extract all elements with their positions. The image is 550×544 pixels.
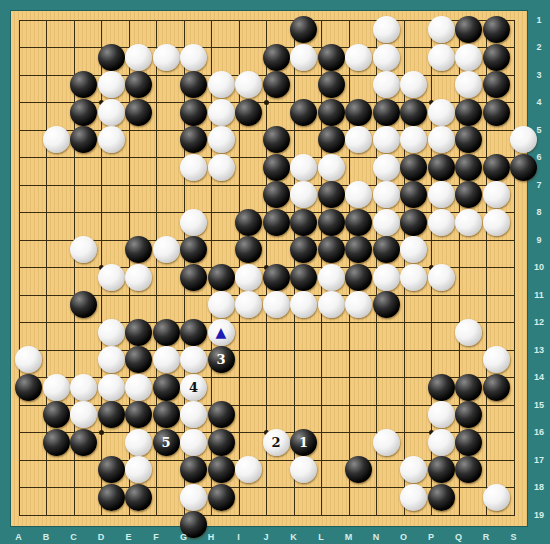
white-stone-G8[interactable] [180, 209, 207, 236]
white-stone-F2[interactable] [153, 44, 180, 71]
intersection-Q13[interactable] [455, 346, 483, 374]
intersection-D4[interactable] [97, 98, 125, 126]
board-grid[interactable]: ▲34521 [15, 16, 538, 539]
white-stone-P10[interactable] [428, 264, 455, 291]
white-stone-B5[interactable] [43, 126, 70, 153]
white-stone-N8[interactable] [373, 209, 400, 236]
intersection-M10[interactable] [345, 263, 373, 291]
intersection-J16[interactable]: 2 [262, 428, 290, 456]
intersection-F17[interactable] [152, 456, 180, 484]
black-stone-N9[interactable] [373, 236, 400, 263]
intersection-M3[interactable] [345, 71, 373, 99]
intersection-A18[interactable] [15, 483, 43, 511]
intersection-G15[interactable] [180, 401, 208, 429]
intersection-F4[interactable] [152, 98, 180, 126]
black-stone-J8[interactable] [263, 209, 290, 236]
intersection-F15[interactable] [152, 401, 180, 429]
intersection-K16[interactable]: 1 [290, 428, 318, 456]
white-stone-E17[interactable] [125, 456, 152, 483]
intersection-M13[interactable] [345, 346, 373, 374]
black-stone-R6[interactable] [483, 154, 510, 181]
intersection-D15[interactable] [97, 401, 125, 429]
white-stone-G2[interactable] [180, 44, 207, 71]
intersection-F14[interactable] [152, 373, 180, 401]
intersection-E10[interactable] [125, 263, 153, 291]
intersection-F18[interactable] [152, 483, 180, 511]
intersection-D5[interactable] [97, 126, 125, 154]
white-stone-P15[interactable] [428, 401, 455, 428]
intersection-R6[interactable] [482, 153, 510, 181]
intersection-D6[interactable] [97, 153, 125, 181]
intersection-R12[interactable] [482, 318, 510, 346]
intersection-P5[interactable] [427, 126, 455, 154]
white-stone-E14[interactable] [125, 374, 152, 401]
intersection-M8[interactable] [345, 208, 373, 236]
intersection-A12[interactable] [15, 318, 43, 346]
intersection-I1[interactable] [235, 16, 263, 44]
black-stone-I4[interactable] [235, 99, 262, 126]
black-stone-L9[interactable] [318, 236, 345, 263]
intersection-E3[interactable] [125, 71, 153, 99]
white-stone-I3[interactable] [235, 71, 262, 98]
black-stone-P17[interactable] [428, 456, 455, 483]
intersection-Q4[interactable] [455, 98, 483, 126]
black-stone-K16[interactable]: 1 [290, 429, 317, 456]
intersection-G4[interactable] [180, 98, 208, 126]
intersection-C14[interactable] [70, 373, 98, 401]
intersection-B17[interactable] [42, 456, 70, 484]
white-stone-O5[interactable] [400, 126, 427, 153]
intersection-C1[interactable] [70, 16, 98, 44]
intersection-D13[interactable] [97, 346, 125, 374]
intersection-P14[interactable] [427, 373, 455, 401]
intersection-H8[interactable] [207, 208, 235, 236]
intersection-J3[interactable] [262, 71, 290, 99]
intersection-J2[interactable] [262, 43, 290, 71]
intersection-I11[interactable] [235, 291, 263, 319]
intersection-Q12[interactable] [455, 318, 483, 346]
intersection-H18[interactable] [207, 483, 235, 511]
black-stone-Q5[interactable] [455, 126, 482, 153]
white-stone-R7[interactable] [483, 181, 510, 208]
intersection-N2[interactable] [372, 43, 400, 71]
intersection-E12[interactable] [125, 318, 153, 346]
white-stone-O10[interactable] [400, 264, 427, 291]
intersection-M16[interactable] [345, 428, 373, 456]
intersection-I10[interactable] [235, 263, 263, 291]
intersection-F9[interactable] [152, 236, 180, 264]
intersection-D9[interactable] [97, 236, 125, 264]
white-stone-Q3[interactable] [455, 71, 482, 98]
intersection-B14[interactable] [42, 373, 70, 401]
black-stone-Q14[interactable] [455, 374, 482, 401]
intersection-J7[interactable] [262, 181, 290, 209]
intersection-G6[interactable] [180, 153, 208, 181]
intersection-K17[interactable] [290, 456, 318, 484]
intersection-A1[interactable] [15, 16, 43, 44]
intersection-O14[interactable] [400, 373, 428, 401]
intersection-M7[interactable] [345, 181, 373, 209]
intersection-N3[interactable] [372, 71, 400, 99]
black-stone-R1[interactable] [483, 16, 510, 43]
intersection-K4[interactable] [290, 98, 318, 126]
intersection-K11[interactable] [290, 291, 318, 319]
intersection-K12[interactable] [290, 318, 318, 346]
intersection-E11[interactable] [125, 291, 153, 319]
intersection-C7[interactable] [70, 181, 98, 209]
white-stone-N5[interactable] [373, 126, 400, 153]
white-stone-L11[interactable] [318, 291, 345, 318]
white-stone-H6[interactable] [208, 154, 235, 181]
intersection-Q11[interactable] [455, 291, 483, 319]
white-stone-J11[interactable] [263, 291, 290, 318]
intersection-M1[interactable] [345, 16, 373, 44]
intersection-O1[interactable] [400, 16, 428, 44]
black-stone-R4[interactable] [483, 99, 510, 126]
white-stone-I10[interactable] [235, 264, 262, 291]
white-stone-D10[interactable] [98, 264, 125, 291]
intersection-I2[interactable] [235, 43, 263, 71]
white-stone-E2[interactable] [125, 44, 152, 71]
intersection-J1[interactable] [262, 16, 290, 44]
black-stone-C3[interactable] [70, 71, 97, 98]
intersection-Q16[interactable] [455, 428, 483, 456]
intersection-L7[interactable] [317, 181, 345, 209]
intersection-C10[interactable] [70, 263, 98, 291]
intersection-R11[interactable] [482, 291, 510, 319]
intersection-D2[interactable] [97, 43, 125, 71]
intersection-F3[interactable] [152, 71, 180, 99]
black-stone-L2[interactable] [318, 44, 345, 71]
intersection-N12[interactable] [372, 318, 400, 346]
intersection-I14[interactable] [235, 373, 263, 401]
intersection-M14[interactable] [345, 373, 373, 401]
intersection-B6[interactable] [42, 153, 70, 181]
intersection-K14[interactable] [290, 373, 318, 401]
intersection-O11[interactable] [400, 291, 428, 319]
intersection-A3[interactable] [15, 71, 43, 99]
intersection-L13[interactable] [317, 346, 345, 374]
black-stone-G17[interactable] [180, 456, 207, 483]
black-stone-D15[interactable] [98, 401, 125, 428]
white-stone-B14[interactable] [43, 374, 70, 401]
white-stone-E16[interactable] [125, 429, 152, 456]
white-stone-I11[interactable] [235, 291, 262, 318]
intersection-O16[interactable] [400, 428, 428, 456]
black-stone-H10[interactable] [208, 264, 235, 291]
intersection-N13[interactable] [372, 346, 400, 374]
black-stone-D2[interactable] [98, 44, 125, 71]
intersection-E4[interactable] [125, 98, 153, 126]
intersection-E8[interactable] [125, 208, 153, 236]
black-stone-Q17[interactable] [455, 456, 482, 483]
black-stone-O4[interactable] [400, 99, 427, 126]
intersection-Q7[interactable] [455, 181, 483, 209]
intersection-K9[interactable] [290, 236, 318, 264]
white-stone-G13[interactable] [180, 346, 207, 373]
intersection-A5[interactable] [15, 126, 43, 154]
intersection-N16[interactable] [372, 428, 400, 456]
white-stone-O3[interactable] [400, 71, 427, 98]
intersection-D17[interactable] [97, 456, 125, 484]
intersection-J13[interactable] [262, 346, 290, 374]
intersection-D12[interactable] [97, 318, 125, 346]
intersection-R3[interactable] [482, 71, 510, 99]
black-stone-H16[interactable] [208, 429, 235, 456]
intersection-N10[interactable] [372, 263, 400, 291]
intersection-C11[interactable] [70, 291, 98, 319]
intersection-Q14[interactable] [455, 373, 483, 401]
black-stone-G3[interactable] [180, 71, 207, 98]
intersection-F1[interactable] [152, 16, 180, 44]
intersection-H4[interactable] [207, 98, 235, 126]
intersection-R8[interactable] [482, 208, 510, 236]
intersection-K2[interactable] [290, 43, 318, 71]
intersection-P15[interactable] [427, 401, 455, 429]
intersection-H16[interactable] [207, 428, 235, 456]
black-stone-G9[interactable] [180, 236, 207, 263]
intersection-Q5[interactable] [455, 126, 483, 154]
intersection-N6[interactable] [372, 153, 400, 181]
black-stone-G12[interactable] [180, 319, 207, 346]
white-stone-L10[interactable] [318, 264, 345, 291]
intersection-L18[interactable] [317, 483, 345, 511]
black-stone-L4[interactable] [318, 99, 345, 126]
intersection-J11[interactable] [262, 291, 290, 319]
intersection-N11[interactable] [372, 291, 400, 319]
intersection-A7[interactable] [15, 181, 43, 209]
intersection-F5[interactable] [152, 126, 180, 154]
intersection-N15[interactable] [372, 401, 400, 429]
black-stone-L7[interactable] [318, 181, 345, 208]
intersection-G11[interactable] [180, 291, 208, 319]
black-stone-R2[interactable] [483, 44, 510, 71]
black-stone-K4[interactable] [290, 99, 317, 126]
intersection-Q15[interactable] [455, 401, 483, 429]
intersection-D14[interactable] [97, 373, 125, 401]
intersection-A11[interactable] [15, 291, 43, 319]
intersection-D18[interactable] [97, 483, 125, 511]
intersection-G18[interactable] [180, 483, 208, 511]
intersection-H9[interactable] [207, 236, 235, 264]
intersection-P8[interactable] [427, 208, 455, 236]
black-stone-J6[interactable] [263, 154, 290, 181]
black-stone-N4[interactable] [373, 99, 400, 126]
white-stone-D5[interactable] [98, 126, 125, 153]
intersection-F13[interactable] [152, 346, 180, 374]
intersection-B8[interactable] [42, 208, 70, 236]
white-stone-Q8[interactable] [455, 209, 482, 236]
intersection-G1[interactable] [180, 16, 208, 44]
intersection-D16[interactable] [97, 428, 125, 456]
intersection-O8[interactable] [400, 208, 428, 236]
black-stone-A14[interactable] [15, 374, 42, 401]
intersection-R17[interactable] [482, 456, 510, 484]
black-stone-M8[interactable] [345, 209, 372, 236]
intersection-N9[interactable] [372, 236, 400, 264]
black-stone-J5[interactable] [263, 126, 290, 153]
intersection-C12[interactable] [70, 318, 98, 346]
black-stone-H13[interactable]: 3 [208, 346, 235, 373]
intersection-K5[interactable] [290, 126, 318, 154]
white-stone-R13[interactable] [483, 346, 510, 373]
intersection-R13[interactable] [482, 346, 510, 374]
intersection-N8[interactable] [372, 208, 400, 236]
intersection-G16[interactable] [180, 428, 208, 456]
white-stone-P5[interactable] [428, 126, 455, 153]
intersection-L2[interactable] [317, 43, 345, 71]
intersection-L12[interactable] [317, 318, 345, 346]
intersection-O2[interactable] [400, 43, 428, 71]
white-stone-D3[interactable] [98, 71, 125, 98]
white-stone-K6[interactable] [290, 154, 317, 181]
black-stone-E18[interactable] [125, 484, 152, 511]
white-stone-F13[interactable] [153, 346, 180, 373]
white-stone-N2[interactable] [373, 44, 400, 71]
white-stone-G18[interactable] [180, 484, 207, 511]
black-stone-O8[interactable] [400, 209, 427, 236]
intersection-B12[interactable] [42, 318, 70, 346]
white-stone-M5[interactable] [345, 126, 372, 153]
white-stone-P1[interactable] [428, 16, 455, 43]
black-stone-M9[interactable] [345, 236, 372, 263]
intersection-H5[interactable] [207, 126, 235, 154]
intersection-F6[interactable] [152, 153, 180, 181]
black-stone-H15[interactable] [208, 401, 235, 428]
intersection-A14[interactable] [15, 373, 43, 401]
white-stone-C9[interactable] [70, 236, 97, 263]
intersection-F8[interactable] [152, 208, 180, 236]
white-stone-G16[interactable] [180, 429, 207, 456]
intersection-K1[interactable] [290, 16, 318, 44]
intersection-D10[interactable] [97, 263, 125, 291]
intersection-P7[interactable] [427, 181, 455, 209]
intersection-L4[interactable] [317, 98, 345, 126]
intersection-L3[interactable] [317, 71, 345, 99]
intersection-G10[interactable] [180, 263, 208, 291]
intersection-M4[interactable] [345, 98, 373, 126]
black-stone-G10[interactable] [180, 264, 207, 291]
white-stone-G6[interactable] [180, 154, 207, 181]
intersection-E7[interactable] [125, 181, 153, 209]
intersection-O15[interactable] [400, 401, 428, 429]
black-stone-C16[interactable] [70, 429, 97, 456]
intersection-C18[interactable] [70, 483, 98, 511]
intersection-H17[interactable] [207, 456, 235, 484]
intersection-H14[interactable] [207, 373, 235, 401]
intersection-L9[interactable] [317, 236, 345, 264]
black-stone-C11[interactable] [70, 291, 97, 318]
intersection-G13[interactable] [180, 346, 208, 374]
intersection-B10[interactable] [42, 263, 70, 291]
white-stone-R8[interactable] [483, 209, 510, 236]
intersection-C4[interactable] [70, 98, 98, 126]
intersection-K15[interactable] [290, 401, 318, 429]
white-stone-Q2[interactable] [455, 44, 482, 71]
intersection-I7[interactable] [235, 181, 263, 209]
intersection-O3[interactable] [400, 71, 428, 99]
intersection-B15[interactable] [42, 401, 70, 429]
intersection-L6[interactable] [317, 153, 345, 181]
white-stone-K7[interactable] [290, 181, 317, 208]
black-stone-E3[interactable] [125, 71, 152, 98]
intersection-D7[interactable] [97, 181, 125, 209]
intersection-J17[interactable] [262, 456, 290, 484]
intersection-E14[interactable] [125, 373, 153, 401]
white-stone-C15[interactable] [70, 401, 97, 428]
intersection-R1[interactable] [482, 16, 510, 44]
black-stone-E9[interactable] [125, 236, 152, 263]
intersection-O6[interactable] [400, 153, 428, 181]
intersection-A6[interactable] [15, 153, 43, 181]
black-stone-P6[interactable] [428, 154, 455, 181]
intersection-Q10[interactable] [455, 263, 483, 291]
intersection-R4[interactable] [482, 98, 510, 126]
intersection-R18[interactable] [482, 483, 510, 511]
white-stone-I17[interactable] [235, 456, 262, 483]
black-stone-F14[interactable] [153, 374, 180, 401]
intersection-P4[interactable] [427, 98, 455, 126]
intersection-R10[interactable] [482, 263, 510, 291]
white-stone-H5[interactable] [208, 126, 235, 153]
white-stone-L6[interactable] [318, 154, 345, 181]
black-stone-R14[interactable] [483, 374, 510, 401]
intersection-E15[interactable] [125, 401, 153, 429]
intersection-H12[interactable]: ▲ [207, 318, 235, 346]
white-stone-H12[interactable]: ▲ [208, 319, 235, 346]
intersection-M5[interactable] [345, 126, 373, 154]
intersection-M6[interactable] [345, 153, 373, 181]
intersection-A4[interactable] [15, 98, 43, 126]
intersection-J8[interactable] [262, 208, 290, 236]
intersection-B13[interactable] [42, 346, 70, 374]
intersection-M12[interactable] [345, 318, 373, 346]
white-stone-N3[interactable] [373, 71, 400, 98]
intersection-E6[interactable] [125, 153, 153, 181]
intersection-H15[interactable] [207, 401, 235, 429]
black-stone-K1[interactable] [290, 16, 317, 43]
intersection-J5[interactable] [262, 126, 290, 154]
intersection-Q1[interactable] [455, 16, 483, 44]
black-stone-Q6[interactable] [455, 154, 482, 181]
intersection-J12[interactable] [262, 318, 290, 346]
intersection-P16[interactable] [427, 428, 455, 456]
white-stone-O17[interactable] [400, 456, 427, 483]
intersection-R2[interactable] [482, 43, 510, 71]
intersection-H2[interactable] [207, 43, 235, 71]
intersection-B1[interactable] [42, 16, 70, 44]
intersection-C9[interactable] [70, 236, 98, 264]
white-stone-G14[interactable]: 4 [180, 374, 207, 401]
white-stone-H4[interactable] [208, 99, 235, 126]
intersection-P1[interactable] [427, 16, 455, 44]
intersection-K6[interactable] [290, 153, 318, 181]
white-stone-E10[interactable] [125, 264, 152, 291]
intersection-N4[interactable] [372, 98, 400, 126]
intersection-O17[interactable] [400, 456, 428, 484]
white-stone-P8[interactable] [428, 209, 455, 236]
intersection-E1[interactable] [125, 16, 153, 44]
black-stone-C5[interactable] [70, 126, 97, 153]
black-stone-K10[interactable] [290, 264, 317, 291]
white-stone-P7[interactable] [428, 181, 455, 208]
black-stone-E15[interactable] [125, 401, 152, 428]
intersection-C2[interactable] [70, 43, 98, 71]
intersection-N18[interactable] [372, 483, 400, 511]
white-stone-K2[interactable] [290, 44, 317, 71]
intersection-A2[interactable] [15, 43, 43, 71]
intersection-J18[interactable] [262, 483, 290, 511]
